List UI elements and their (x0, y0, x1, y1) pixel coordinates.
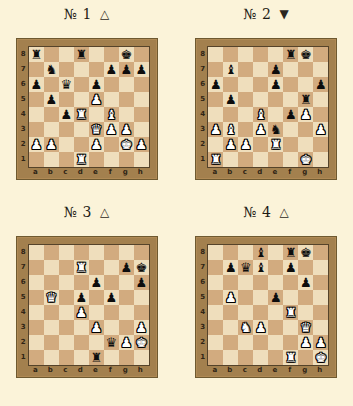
file-labels: abcdefgh (28, 168, 150, 177)
square-a1 (208, 350, 223, 365)
square-e2 (89, 335, 104, 350)
square-d1: ♜ (74, 152, 89, 167)
square-a4 (208, 305, 223, 320)
square-c1 (238, 152, 253, 167)
piece-black-king: ♚ (298, 245, 313, 260)
square-g8: ♚ (298, 245, 313, 260)
square-e4 (268, 305, 283, 320)
square-g6 (119, 77, 134, 92)
diagram-3: № 3 △ 87654321♜♟♚♟♟♛♟♟♟♟♟♛♟♚♜abcdefgh (16, 204, 158, 378)
piece-black-pawn: ♟ (29, 77, 44, 92)
square-f6 (104, 275, 119, 290)
rank-label-5: 5 (19, 92, 28, 107)
rank-label-1: 1 (19, 152, 28, 167)
square-a8 (29, 245, 44, 260)
square-c1 (59, 152, 74, 167)
square-d2 (253, 137, 268, 152)
square-b1 (223, 350, 238, 365)
rank-label-8: 8 (19, 245, 28, 260)
square-b3: ♝ (223, 122, 238, 137)
square-a7 (29, 62, 44, 77)
square-g5 (119, 290, 134, 305)
square-f3 (283, 320, 298, 335)
square-h8 (313, 47, 328, 62)
chessboard-4: ♝♜♚♟♛♝♟♟♟♟♜♞♟♛♟♟♜♚ (207, 244, 329, 366)
diagram-3-caption: № 3 △ (64, 204, 110, 220)
chessboard-2-frame: 87654321♜♚♝♟♟♟♟♟♜♝♟♟♟♝♟♞♟♟♟♜♜♚abcdefgh (195, 38, 337, 180)
square-d6 (253, 275, 268, 290)
square-e4 (268, 107, 283, 122)
square-h3 (313, 320, 328, 335)
square-f5: ♟ (104, 290, 119, 305)
square-g8: ♚ (119, 47, 134, 62)
piece-black-knight: ♞ (44, 62, 59, 77)
square-a6: ♟ (29, 77, 44, 92)
square-g2: ♚ (119, 137, 134, 152)
square-d5: ♟ (74, 290, 89, 305)
square-c7 (238, 62, 253, 77)
diagram-1-number: № 1 (64, 6, 92, 22)
square-f4: ♝ (104, 107, 119, 122)
rank-label-6: 6 (198, 275, 207, 290)
diagram-2-caption: № 2 ▼ (243, 6, 289, 22)
chessboard-3-frame: 87654321♜♟♚♟♟♛♟♟♟♟♟♛♟♚♜abcdefgh (16, 236, 158, 378)
rank-label-4: 4 (198, 107, 207, 122)
piece-white-pawn: ♟ (74, 305, 89, 320)
diagram-4-caption: № 4 △ (243, 204, 289, 220)
square-e2: ♜ (268, 137, 283, 152)
square-f5 (104, 92, 119, 107)
square-e2: ♟ (89, 137, 104, 152)
rank-label-3: 3 (198, 122, 207, 137)
square-d3: ♟ (253, 122, 268, 137)
diagram-1-caption: № 1 △ (64, 6, 110, 22)
square-b3 (44, 122, 59, 137)
square-a6: ♟ (208, 77, 223, 92)
square-a2: ♟ (29, 137, 44, 152)
piece-black-rook: ♜ (298, 92, 313, 107)
square-e5 (89, 290, 104, 305)
file-label-g: g (118, 168, 133, 177)
square-c6: ♛ (59, 77, 74, 92)
piece-white-queen: ♛ (44, 290, 59, 305)
square-d7 (253, 62, 268, 77)
square-g6 (298, 77, 313, 92)
square-f6 (283, 275, 298, 290)
square-c3: ♞ (238, 320, 253, 335)
square-c5 (59, 290, 74, 305)
file-label-a: a (207, 168, 222, 177)
piece-black-pawn: ♟ (44, 92, 59, 107)
file-labels: abcdefgh (207, 168, 329, 177)
diagram-4: № 4 △ 87654321♝♜♚♟♛♝♟♟♟♟♜♞♟♛♟♟♜♚abcdefgh (195, 204, 337, 378)
square-b8 (44, 47, 59, 62)
file-label-f: f (103, 168, 118, 177)
square-h5 (313, 92, 328, 107)
piece-white-pawn: ♟ (208, 122, 223, 137)
square-c8 (238, 245, 253, 260)
square-a1 (29, 350, 44, 365)
square-e3: ♛ (89, 122, 104, 137)
white-to-move-triangle-icon: △ (100, 205, 110, 219)
square-d8 (74, 245, 89, 260)
square-h7: ♟ (134, 62, 149, 77)
piece-white-pawn: ♟ (89, 92, 104, 107)
piece-black-rook: ♜ (74, 47, 89, 62)
piece-white-pawn: ♟ (223, 290, 238, 305)
square-g3 (298, 122, 313, 137)
square-f7 (283, 62, 298, 77)
square-d3 (74, 122, 89, 137)
rank-label-3: 3 (19, 122, 28, 137)
square-e5: ♟ (89, 92, 104, 107)
square-b5: ♛ (44, 290, 59, 305)
diagram-1: № 1 △ 87654321♜♜♚♞♟♟♟♟♛♟♟♟♟♜♝♛♟♟♟♟♟♚♟♜ab… (16, 6, 158, 180)
square-b1 (44, 350, 59, 365)
piece-black-pawn: ♟ (223, 260, 238, 275)
square-f1 (104, 350, 119, 365)
file-label-d: d (73, 168, 88, 177)
square-e8 (89, 47, 104, 62)
square-h3: ♟ (134, 320, 149, 335)
diagram-3-number: № 3 (64, 204, 92, 220)
square-f6 (283, 77, 298, 92)
piece-white-pawn: ♟ (119, 122, 134, 137)
piece-white-pawn: ♟ (104, 122, 119, 137)
rank-label-2: 2 (198, 335, 207, 350)
square-d8: ♜ (74, 47, 89, 62)
piece-black-pawn: ♟ (313, 77, 328, 92)
square-f6 (104, 77, 119, 92)
file-label-a: a (207, 366, 222, 375)
file-label-b: b (222, 366, 237, 375)
piece-black-bishop: ♝ (253, 260, 268, 275)
file-label-e: e (88, 366, 103, 375)
piece-white-rook: ♜ (74, 152, 89, 167)
square-b2 (44, 335, 59, 350)
square-g7: ♟ (119, 62, 134, 77)
rank-label-2: 2 (19, 335, 28, 350)
square-g5: ♜ (298, 92, 313, 107)
square-h6 (134, 77, 149, 92)
square-g7 (298, 62, 313, 77)
piece-black-king: ♚ (298, 47, 313, 62)
square-c8 (59, 47, 74, 62)
square-a2 (208, 335, 223, 350)
square-b6 (223, 275, 238, 290)
square-c2: ♟ (238, 137, 253, 152)
piece-black-queen: ♛ (238, 260, 253, 275)
rank-label-6: 6 (19, 275, 28, 290)
square-h5 (134, 92, 149, 107)
piece-black-pawn: ♟ (298, 275, 313, 290)
piece-white-bishop: ♝ (253, 107, 268, 122)
black-to-move-triangle-icon: ▼ (279, 7, 289, 21)
square-e3 (268, 320, 283, 335)
rank-label-4: 4 (198, 305, 207, 320)
square-d1 (253, 152, 268, 167)
square-h8 (134, 245, 149, 260)
piece-white-pawn: ♟ (119, 335, 134, 350)
piece-black-rook: ♜ (283, 245, 298, 260)
square-a6 (208, 275, 223, 290)
square-c2 (59, 335, 74, 350)
square-h2 (313, 137, 328, 152)
square-d2 (74, 335, 89, 350)
square-b7: ♟ (223, 260, 238, 275)
square-d4: ♟ (74, 305, 89, 320)
piece-white-king: ♚ (134, 335, 149, 350)
piece-white-bishop: ♝ (104, 107, 119, 122)
rank-label-6: 6 (198, 77, 207, 92)
square-b1 (44, 152, 59, 167)
square-e7 (89, 260, 104, 275)
square-g4: ♟ (298, 107, 313, 122)
square-b7: ♝ (223, 62, 238, 77)
file-label-d: d (73, 366, 88, 375)
square-c7: ♛ (238, 260, 253, 275)
square-g8: ♚ (298, 47, 313, 62)
square-f1 (104, 152, 119, 167)
piece-black-bishop: ♝ (253, 245, 268, 260)
square-d1 (74, 350, 89, 365)
square-b1 (223, 152, 238, 167)
piece-white-pawn: ♟ (89, 137, 104, 152)
square-f5 (283, 290, 298, 305)
file-label-h: h (133, 366, 148, 375)
square-e7 (89, 62, 104, 77)
square-g8 (119, 245, 134, 260)
square-c3 (238, 122, 253, 137)
square-a7 (208, 260, 223, 275)
rank-label-5: 5 (198, 290, 207, 305)
square-f7 (104, 260, 119, 275)
square-d2 (253, 335, 268, 350)
square-a2 (208, 137, 223, 152)
square-h3 (134, 122, 149, 137)
piece-black-pawn: ♟ (134, 275, 149, 290)
file-label-h: h (312, 168, 327, 177)
square-d3: ♟ (253, 320, 268, 335)
square-c1 (238, 350, 253, 365)
square-g4 (119, 107, 134, 122)
square-h5 (313, 290, 328, 305)
puzzle-sheet: № 1 △ 87654321♜♜♚♞♟♟♟♟♛♟♟♟♟♜♝♛♟♟♟♟♟♚♟♜ab… (0, 0, 353, 406)
piece-white-queen: ♛ (89, 122, 104, 137)
file-label-c: c (237, 168, 252, 177)
square-e3: ♟ (89, 320, 104, 335)
square-a5 (29, 290, 44, 305)
piece-black-rook: ♜ (283, 47, 298, 62)
rank-label-4: 4 (19, 107, 28, 122)
rank-label-7: 7 (198, 62, 207, 77)
square-h1 (313, 152, 328, 167)
square-a3 (29, 122, 44, 137)
file-label-h: h (133, 168, 148, 177)
square-c5 (59, 92, 74, 107)
square-f4 (104, 305, 119, 320)
square-f8 (104, 47, 119, 62)
square-g4 (119, 305, 134, 320)
square-c4 (59, 305, 74, 320)
square-h1 (134, 350, 149, 365)
square-e1 (268, 350, 283, 365)
square-h1: ♚ (313, 350, 328, 365)
white-to-move-triangle-icon: △ (100, 7, 110, 21)
rank-label-1: 1 (198, 152, 207, 167)
rank-labels: 87654321 (19, 46, 28, 177)
square-f4: ♜ (283, 305, 298, 320)
square-e8 (268, 47, 283, 62)
square-h4 (134, 107, 149, 122)
rank-label-7: 7 (198, 260, 207, 275)
square-f1: ♜ (283, 350, 298, 365)
square-g1: ♚ (298, 152, 313, 167)
file-label-b: b (222, 168, 237, 177)
piece-black-rook: ♜ (89, 350, 104, 365)
square-b4 (223, 305, 238, 320)
square-d6 (74, 275, 89, 290)
file-labels: abcdefgh (28, 366, 150, 375)
square-g2: ♟ (298, 335, 313, 350)
rank-label-2: 2 (19, 137, 28, 152)
square-c5 (238, 290, 253, 305)
piece-black-pawn: ♟ (134, 62, 149, 77)
square-f4: ♟ (283, 107, 298, 122)
piece-white-pawn: ♟ (298, 107, 313, 122)
square-h1 (134, 152, 149, 167)
square-b4 (44, 305, 59, 320)
square-b8 (223, 47, 238, 62)
square-h3: ♟ (313, 122, 328, 137)
piece-black-pawn: ♟ (268, 77, 283, 92)
square-a5 (208, 290, 223, 305)
file-label-e: e (267, 168, 282, 177)
square-h5 (134, 290, 149, 305)
square-d5 (74, 92, 89, 107)
piece-black-pawn: ♟ (223, 92, 238, 107)
square-e7: ♟ (268, 62, 283, 77)
piece-white-knight: ♞ (238, 320, 253, 335)
square-g3 (119, 320, 134, 335)
square-a2 (29, 335, 44, 350)
square-f3 (283, 122, 298, 137)
square-b6 (44, 77, 59, 92)
square-g5 (298, 290, 313, 305)
square-c4 (238, 305, 253, 320)
rank-label-1: 1 (19, 350, 28, 365)
square-e6 (268, 275, 283, 290)
piece-white-pawn: ♟ (44, 137, 59, 152)
piece-white-king: ♚ (313, 350, 328, 365)
file-label-g: g (297, 168, 312, 177)
chessboard-4-frame: 87654321♝♜♚♟♛♝♟♟♟♟♜♞♟♛♟♟♜♚abcdefgh (195, 236, 337, 378)
piece-white-pawn: ♟ (238, 137, 253, 152)
square-f5 (283, 92, 298, 107)
rank-labels: 87654321 (198, 46, 207, 177)
square-b6 (44, 275, 59, 290)
square-g4 (298, 305, 313, 320)
square-e1 (89, 152, 104, 167)
square-h8 (134, 47, 149, 62)
file-label-e: e (267, 366, 282, 375)
piece-white-pawn: ♟ (134, 320, 149, 335)
rank-label-8: 8 (19, 47, 28, 62)
piece-white-pawn: ♟ (253, 320, 268, 335)
square-a4 (29, 305, 44, 320)
square-g3: ♛ (298, 320, 313, 335)
diagram-2: № 2 ▼ 87654321♜♚♝♟♟♟♟♟♜♝♟♟♟♝♟♞♟♟♟♜♜♚abcd… (195, 6, 337, 180)
piece-white-rook: ♜ (268, 137, 283, 152)
piece-black-king: ♚ (119, 47, 134, 62)
square-c2 (238, 335, 253, 350)
square-c5 (238, 92, 253, 107)
piece-white-pawn: ♟ (253, 122, 268, 137)
piece-black-pawn: ♟ (283, 260, 298, 275)
square-a7 (208, 62, 223, 77)
piece-white-pawn: ♟ (89, 320, 104, 335)
file-label-a: a (28, 366, 43, 375)
square-g1 (298, 350, 313, 365)
square-g1 (119, 350, 134, 365)
square-c2 (59, 137, 74, 152)
square-b4 (44, 107, 59, 122)
file-label-g: g (297, 366, 312, 375)
square-e8 (89, 245, 104, 260)
piece-black-pawn: ♟ (74, 290, 89, 305)
piece-white-rook: ♜ (283, 305, 298, 320)
piece-white-rook: ♜ (74, 260, 89, 275)
square-g1 (119, 152, 134, 167)
piece-black-pawn: ♟ (104, 62, 119, 77)
square-h2: ♟ (134, 137, 149, 152)
square-d2 (74, 137, 89, 152)
rank-label-5: 5 (198, 92, 207, 107)
square-e2 (268, 335, 283, 350)
square-a5 (208, 92, 223, 107)
square-b8 (223, 245, 238, 260)
square-h2: ♚ (134, 335, 149, 350)
square-a5 (29, 92, 44, 107)
square-d7: ♝ (253, 260, 268, 275)
piece-white-pawn: ♟ (134, 137, 149, 152)
square-b7 (44, 260, 59, 275)
chessboard-1-frame: 87654321♜♜♚♞♟♟♟♟♛♟♟♟♟♜♝♛♟♟♟♟♟♚♟♜abcdefgh (16, 38, 158, 180)
chessboard-3: ♜♟♚♟♟♛♟♟♟♟♟♛♟♚♜ (28, 244, 150, 366)
piece-white-rook: ♜ (283, 350, 298, 365)
file-label-h: h (312, 366, 327, 375)
square-f7: ♟ (283, 260, 298, 275)
square-f1 (283, 152, 298, 167)
piece-white-king: ♚ (119, 137, 134, 152)
piece-black-knight: ♞ (268, 122, 283, 137)
square-e5: ♟ (268, 290, 283, 305)
square-b5: ♟ (223, 92, 238, 107)
square-d8 (253, 47, 268, 62)
file-label-g: g (118, 366, 133, 375)
white-to-move-triangle-icon: △ (279, 205, 289, 219)
square-e1 (268, 152, 283, 167)
square-e6: ♟ (268, 77, 283, 92)
piece-white-pawn: ♟ (313, 335, 328, 350)
square-d4 (253, 305, 268, 320)
square-h4 (313, 305, 328, 320)
square-h2: ♟ (313, 335, 328, 350)
square-c6 (238, 275, 253, 290)
square-d4: ♜ (74, 107, 89, 122)
file-label-b: b (43, 168, 58, 177)
square-h8 (313, 245, 328, 260)
